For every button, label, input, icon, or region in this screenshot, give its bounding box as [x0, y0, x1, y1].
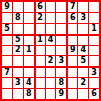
sudoku-board: 9678263515142194235733482896: [0, 0, 101, 101]
sudoku-cell-r7c5[interactable]: [46, 67, 56, 77]
sudoku-cell-r7c8[interactable]: [78, 67, 88, 77]
sudoku-cell-r3c8[interactable]: [78, 24, 88, 34]
sudoku-cell-r1c5[interactable]: [46, 2, 56, 12]
sudoku-cell-r9c1[interactable]: [2, 89, 12, 99]
sudoku-cell-r3c7[interactable]: [67, 24, 77, 34]
sudoku-cell-r2c6[interactable]: [56, 13, 66, 23]
sudoku-cell-r5c1[interactable]: [2, 46, 12, 56]
sudoku-cell-r4c3[interactable]: [24, 35, 34, 45]
sudoku-cell-r9c4[interactable]: [35, 89, 45, 99]
sudoku-cell-r5c4[interactable]: [35, 46, 45, 56]
sudoku-cell-r4c8[interactable]: [78, 35, 88, 45]
sudoku-cell-r7c9[interactable]: 3: [89, 67, 99, 77]
sudoku-cell-r3c6[interactable]: [56, 24, 66, 34]
sudoku-cell-r1c4[interactable]: 6: [35, 2, 45, 12]
sudoku-cell-r5c9[interactable]: [89, 46, 99, 56]
sudoku-cell-r8c2[interactable]: 3: [13, 78, 23, 88]
sudoku-cell-r2c1[interactable]: [2, 13, 12, 23]
sudoku-cell-r9c7[interactable]: [67, 89, 77, 99]
sudoku-cell-r4c2[interactable]: 5: [13, 35, 23, 45]
sudoku-cell-r6c5[interactable]: 2: [46, 56, 56, 66]
sudoku-cell-r6c2[interactable]: [13, 56, 23, 66]
sudoku-cell-r3c2[interactable]: [13, 24, 23, 34]
sudoku-cell-r7c4[interactable]: [35, 67, 45, 77]
sudoku-cell-r6c3[interactable]: [24, 56, 34, 66]
sudoku-cell-r7c7[interactable]: [67, 67, 77, 77]
sudoku-cell-r6c7[interactable]: [67, 56, 77, 66]
sudoku-cell-r8c7[interactable]: [67, 78, 77, 88]
sudoku-cell-r1c9[interactable]: [89, 2, 99, 12]
sudoku-cell-r7c2[interactable]: [13, 67, 23, 77]
sudoku-cell-r7c3[interactable]: [24, 67, 34, 77]
sudoku-cell-r7c6[interactable]: [56, 67, 66, 77]
sudoku-cell-r3c5[interactable]: [46, 24, 56, 34]
sudoku-cell-r8c4[interactable]: [35, 78, 45, 88]
sudoku-cell-r2c7[interactable]: 6: [67, 13, 77, 23]
sudoku-cell-r9c5[interactable]: [46, 89, 56, 99]
sudoku-cell-r5c7[interactable]: 9: [67, 46, 77, 56]
sudoku-cell-r4c4[interactable]: 1: [35, 35, 45, 45]
sudoku-cell-r9c9[interactable]: 6: [89, 89, 99, 99]
sudoku-cell-r8c3[interactable]: 4: [24, 78, 34, 88]
sudoku-cell-r6c6[interactable]: 3: [56, 56, 66, 66]
sudoku-cell-r4c5[interactable]: 4: [46, 35, 56, 45]
sudoku-cell-r3c3[interactable]: [24, 24, 34, 34]
sudoku-cell-r2c5[interactable]: [46, 13, 56, 23]
sudoku-cell-r2c2[interactable]: 8: [13, 13, 23, 23]
sudoku-cell-r5c2[interactable]: 2: [13, 46, 23, 56]
sudoku-cell-r9c3[interactable]: 8: [24, 89, 34, 99]
sudoku-cell-r7c1[interactable]: 7: [2, 67, 12, 77]
sudoku-cell-r8c6[interactable]: 8: [56, 78, 66, 88]
sudoku-cell-r5c6[interactable]: [56, 46, 66, 56]
sudoku-cell-r1c6[interactable]: [56, 2, 66, 12]
sudoku-cell-r5c3[interactable]: 1: [24, 46, 34, 56]
sudoku-cell-r8c5[interactable]: [46, 78, 56, 88]
sudoku-cell-r9c6[interactable]: 9: [56, 89, 66, 99]
sudoku-cell-r8c8[interactable]: 2: [78, 78, 88, 88]
sudoku-cell-r5c8[interactable]: 4: [78, 46, 88, 56]
sudoku-cell-r3c4[interactable]: [35, 24, 45, 34]
sudoku-cell-r2c4[interactable]: 2: [35, 13, 45, 23]
sudoku-cell-r1c8[interactable]: [78, 2, 88, 12]
sudoku-cell-r8c1[interactable]: [2, 78, 12, 88]
sudoku-cell-r2c8[interactable]: 3: [78, 13, 88, 23]
sudoku-cell-r9c2[interactable]: [13, 89, 23, 99]
sudoku-cell-r6c8[interactable]: 5: [78, 56, 88, 66]
sudoku-cell-r4c9[interactable]: [89, 35, 99, 45]
sudoku-cell-r2c9[interactable]: [89, 13, 99, 23]
sudoku-cell-r1c2[interactable]: [13, 2, 23, 12]
sudoku-cell-r1c3[interactable]: [24, 2, 34, 12]
sudoku-cell-r9c8[interactable]: [78, 89, 88, 99]
sudoku-cell-r8c9[interactable]: [89, 78, 99, 88]
sudoku-cell-r6c1[interactable]: [2, 56, 12, 66]
sudoku-cell-r6c9[interactable]: [89, 56, 99, 66]
sudoku-cell-r5c5[interactable]: [46, 46, 56, 56]
sudoku-cell-r4c7[interactable]: [67, 35, 77, 45]
sudoku-cell-r4c6[interactable]: [56, 35, 66, 45]
sudoku-cell-r4c1[interactable]: [2, 35, 12, 45]
sudoku-cell-r3c1[interactable]: 5: [2, 24, 12, 34]
sudoku-cell-r1c7[interactable]: 7: [67, 2, 77, 12]
sudoku-cell-r2c3[interactable]: [24, 13, 34, 23]
sudoku-cell-r6c4[interactable]: [35, 56, 45, 66]
sudoku-cell-r3c9[interactable]: 1: [89, 24, 99, 34]
sudoku-cell-r1c1[interactable]: 9: [2, 2, 12, 12]
